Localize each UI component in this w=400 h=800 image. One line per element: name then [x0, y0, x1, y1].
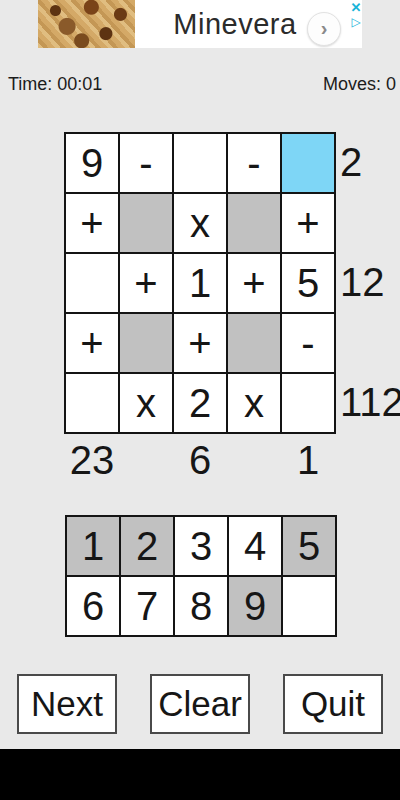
pad-digit-9[interactable]: 9: [228, 576, 282, 636]
row-target-4: [340, 312, 400, 372]
col-target-4: [227, 438, 281, 482]
cell-r1c5[interactable]: [281, 133, 335, 193]
cell-r4c5[interactable]: -: [281, 313, 335, 373]
col-target-2: [119, 438, 173, 482]
cell-r5c2[interactable]: x: [119, 373, 173, 433]
row-targets: 212112: [340, 132, 400, 432]
pad-digit-2[interactable]: 2: [120, 516, 174, 576]
row-target-2: [340, 192, 400, 252]
pad-digit-4[interactable]: 4: [228, 516, 282, 576]
cell-r1c3[interactable]: [173, 133, 227, 193]
cell-r1c2[interactable]: -: [119, 133, 173, 193]
quit-button[interactable]: Quit: [283, 674, 383, 734]
pad-digit-8[interactable]: 8: [174, 576, 228, 636]
puzzle-board: 9--+x++1+5++-x2x: [64, 132, 336, 434]
cell-r3c2[interactable]: +: [119, 253, 173, 313]
row-target-3: 12: [340, 252, 400, 312]
cell-r5c4[interactable]: x: [227, 373, 281, 433]
pad-digit-6[interactable]: 6: [66, 576, 120, 636]
ad-title[interactable]: Minevera: [135, 0, 335, 48]
cell-r4c3[interactable]: +: [173, 313, 227, 373]
ad-cta-chevron-icon[interactable]: ›: [307, 12, 341, 46]
cell-r5c3[interactable]: 2: [173, 373, 227, 433]
cell-r4c1[interactable]: +: [65, 313, 119, 373]
ad-panel[interactable]: Minevera › ✕ ▷: [135, 0, 362, 48]
cell-r3c3[interactable]: 1: [173, 253, 227, 313]
pad-digit-1[interactable]: 1: [66, 516, 120, 576]
cell-r3c4[interactable]: +: [227, 253, 281, 313]
cell-r2c3[interactable]: x: [173, 193, 227, 253]
cell-r4c2[interactable]: [119, 313, 173, 373]
col-target-1: 23: [65, 438, 119, 482]
pad-digit-3[interactable]: 3: [174, 516, 228, 576]
col-target-5: 1: [281, 438, 335, 482]
app-screen: Minevera › ✕ ▷ Time: 00:01 Moves: 0 9--+…: [0, 0, 400, 800]
time-label: Time: 00:01: [8, 74, 102, 95]
number-pad: 123456789: [65, 515, 337, 637]
cell-r1c1[interactable]: 9: [65, 133, 119, 193]
bottom-system-bar: [0, 749, 400, 800]
pad-digit-5[interactable]: 5: [282, 516, 336, 576]
ad-close-icon[interactable]: ✕: [348, 0, 364, 15]
pad-empty[interactable]: [282, 576, 336, 636]
ad-banner[interactable]: Minevera › ✕ ▷: [0, 0, 400, 48]
cell-r2c2[interactable]: [119, 193, 173, 253]
cell-r5c1[interactable]: [65, 373, 119, 433]
ad-image-pasta[interactable]: [38, 0, 135, 48]
adchoices-icon[interactable]: ▷: [348, 15, 364, 30]
cell-r1c4[interactable]: -: [227, 133, 281, 193]
next-button[interactable]: Next: [17, 674, 117, 734]
clear-button[interactable]: Clear: [150, 674, 250, 734]
pad-digit-7[interactable]: 7: [120, 576, 174, 636]
col-targets: 2361: [65, 438, 335, 482]
cell-r2c1[interactable]: +: [65, 193, 119, 253]
row-target-5: 112: [340, 372, 400, 432]
cell-r3c1[interactable]: [65, 253, 119, 313]
cell-r3c5[interactable]: 5: [281, 253, 335, 313]
cell-r5c5[interactable]: [281, 373, 335, 433]
row-target-1: 2: [340, 132, 400, 192]
moves-label: Moves: 0: [323, 74, 396, 95]
cell-r2c4[interactable]: [227, 193, 281, 253]
cell-r4c4[interactable]: [227, 313, 281, 373]
col-target-3: 6: [173, 438, 227, 482]
cell-r2c5[interactable]: +: [281, 193, 335, 253]
